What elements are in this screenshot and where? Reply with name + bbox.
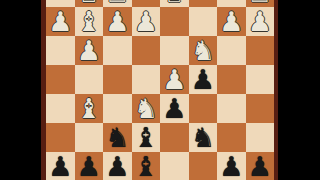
white-pawn-d4[interactable]: ♟: [160, 65, 189, 94]
chess-board: ♚♜♛♜♟♝♟♟♟♟♟♞♟♟♝♞♟♞♝♞♟♟♟♝♟♟♜♚♛♜: [46, 0, 274, 180]
white-queen-d1[interactable]: ♛: [160, 0, 189, 7]
black-bishop-e7[interactable]: ♝: [132, 152, 161, 180]
white-knight-c3[interactable]: ♞: [189, 36, 218, 65]
square-c3[interactable]: ♞: [189, 36, 218, 65]
black-knight-f6[interactable]: ♞: [103, 123, 132, 152]
square-h2[interactable]: ♟: [46, 7, 75, 36]
black-pawn-c4[interactable]: ♟: [189, 65, 218, 94]
black-pawn-b7[interactable]: ♟: [217, 152, 246, 180]
square-g7[interactable]: ♟: [75, 152, 104, 180]
square-f7[interactable]: ♟: [103, 152, 132, 180]
black-pawn-d5[interactable]: ♟: [160, 94, 189, 123]
square-d7[interactable]: [160, 152, 189, 180]
square-g6[interactable]: [75, 123, 104, 152]
square-d3[interactable]: [160, 36, 189, 65]
square-c6[interactable]: ♞: [189, 123, 218, 152]
white-pawn-a2[interactable]: ♟: [246, 7, 275, 36]
square-a7[interactable]: ♟: [246, 152, 275, 180]
black-bishop-e6[interactable]: ♝: [132, 123, 161, 152]
square-g5[interactable]: ♝: [75, 94, 104, 123]
chess-diagram-stage: ♚♜♛♜♟♝♟♟♟♟♟♞♟♟♝♞♟♞♝♞♟♟♟♝♟♟♜♚♛♜: [0, 0, 320, 180]
white-pawn-h2[interactable]: ♟: [46, 7, 75, 36]
square-c7[interactable]: [189, 152, 218, 180]
white-bishop-g5[interactable]: ♝: [75, 94, 104, 123]
square-d5[interactable]: ♟: [160, 94, 189, 123]
square-b4[interactable]: [217, 65, 246, 94]
white-pawn-b2[interactable]: ♟: [217, 7, 246, 36]
square-e3[interactable]: [132, 36, 161, 65]
square-d4[interactable]: ♟: [160, 65, 189, 94]
square-c4[interactable]: ♟: [189, 65, 218, 94]
square-f5[interactable]: [103, 94, 132, 123]
square-e5[interactable]: ♞: [132, 94, 161, 123]
square-f3[interactable]: [103, 36, 132, 65]
square-f4[interactable]: [103, 65, 132, 94]
black-pawn-g7[interactable]: ♟: [75, 152, 104, 180]
white-pawn-f2[interactable]: ♟: [103, 7, 132, 36]
square-h5[interactable]: [46, 94, 75, 123]
square-d6[interactable]: [160, 123, 189, 152]
square-b5[interactable]: [217, 94, 246, 123]
square-a6[interactable]: [246, 123, 275, 152]
white-knight-e5[interactable]: ♞: [132, 94, 161, 123]
square-b6[interactable]: [217, 123, 246, 152]
square-d2[interactable]: [160, 7, 189, 36]
black-pawn-f7[interactable]: ♟: [103, 152, 132, 180]
square-g4[interactable]: [75, 65, 104, 94]
square-e6[interactable]: ♝: [132, 123, 161, 152]
square-g2[interactable]: ♝: [75, 7, 104, 36]
square-c2[interactable]: [189, 7, 218, 36]
square-e4[interactable]: [132, 65, 161, 94]
square-g3[interactable]: ♟: [75, 36, 104, 65]
square-a2[interactable]: ♟: [246, 7, 275, 36]
white-pawn-g3[interactable]: ♟: [75, 36, 104, 65]
square-d1[interactable]: ♛: [160, 0, 189, 7]
square-a4[interactable]: [246, 65, 275, 94]
square-c5[interactable]: [189, 94, 218, 123]
square-b7[interactable]: ♟: [217, 152, 246, 180]
square-f6[interactable]: ♞: [103, 123, 132, 152]
square-f2[interactable]: ♟: [103, 7, 132, 36]
black-knight-c6[interactable]: ♞: [189, 123, 218, 152]
board-frame: ♚♜♛♜♟♝♟♟♟♟♟♞♟♟♝♞♟♞♝♞♟♟♟♝♟♟♜♚♛♜: [41, 0, 278, 180]
square-a5[interactable]: [246, 94, 275, 123]
square-h6[interactable]: [46, 123, 75, 152]
square-h3[interactable]: [46, 36, 75, 65]
square-h7[interactable]: ♟: [46, 152, 75, 180]
square-b2[interactable]: ♟: [217, 7, 246, 36]
square-e2[interactable]: ♟: [132, 7, 161, 36]
square-b3[interactable]: [217, 36, 246, 65]
square-c1[interactable]: [189, 0, 218, 7]
square-h4[interactable]: [46, 65, 75, 94]
square-a3[interactable]: [246, 36, 275, 65]
white-pawn-e2[interactable]: ♟: [132, 7, 161, 36]
black-pawn-h7[interactable]: ♟: [46, 152, 75, 180]
black-pawn-a7[interactable]: ♟: [246, 152, 275, 180]
white-bishop-g2[interactable]: ♝: [75, 7, 104, 36]
square-e7[interactable]: ♝: [132, 152, 161, 180]
